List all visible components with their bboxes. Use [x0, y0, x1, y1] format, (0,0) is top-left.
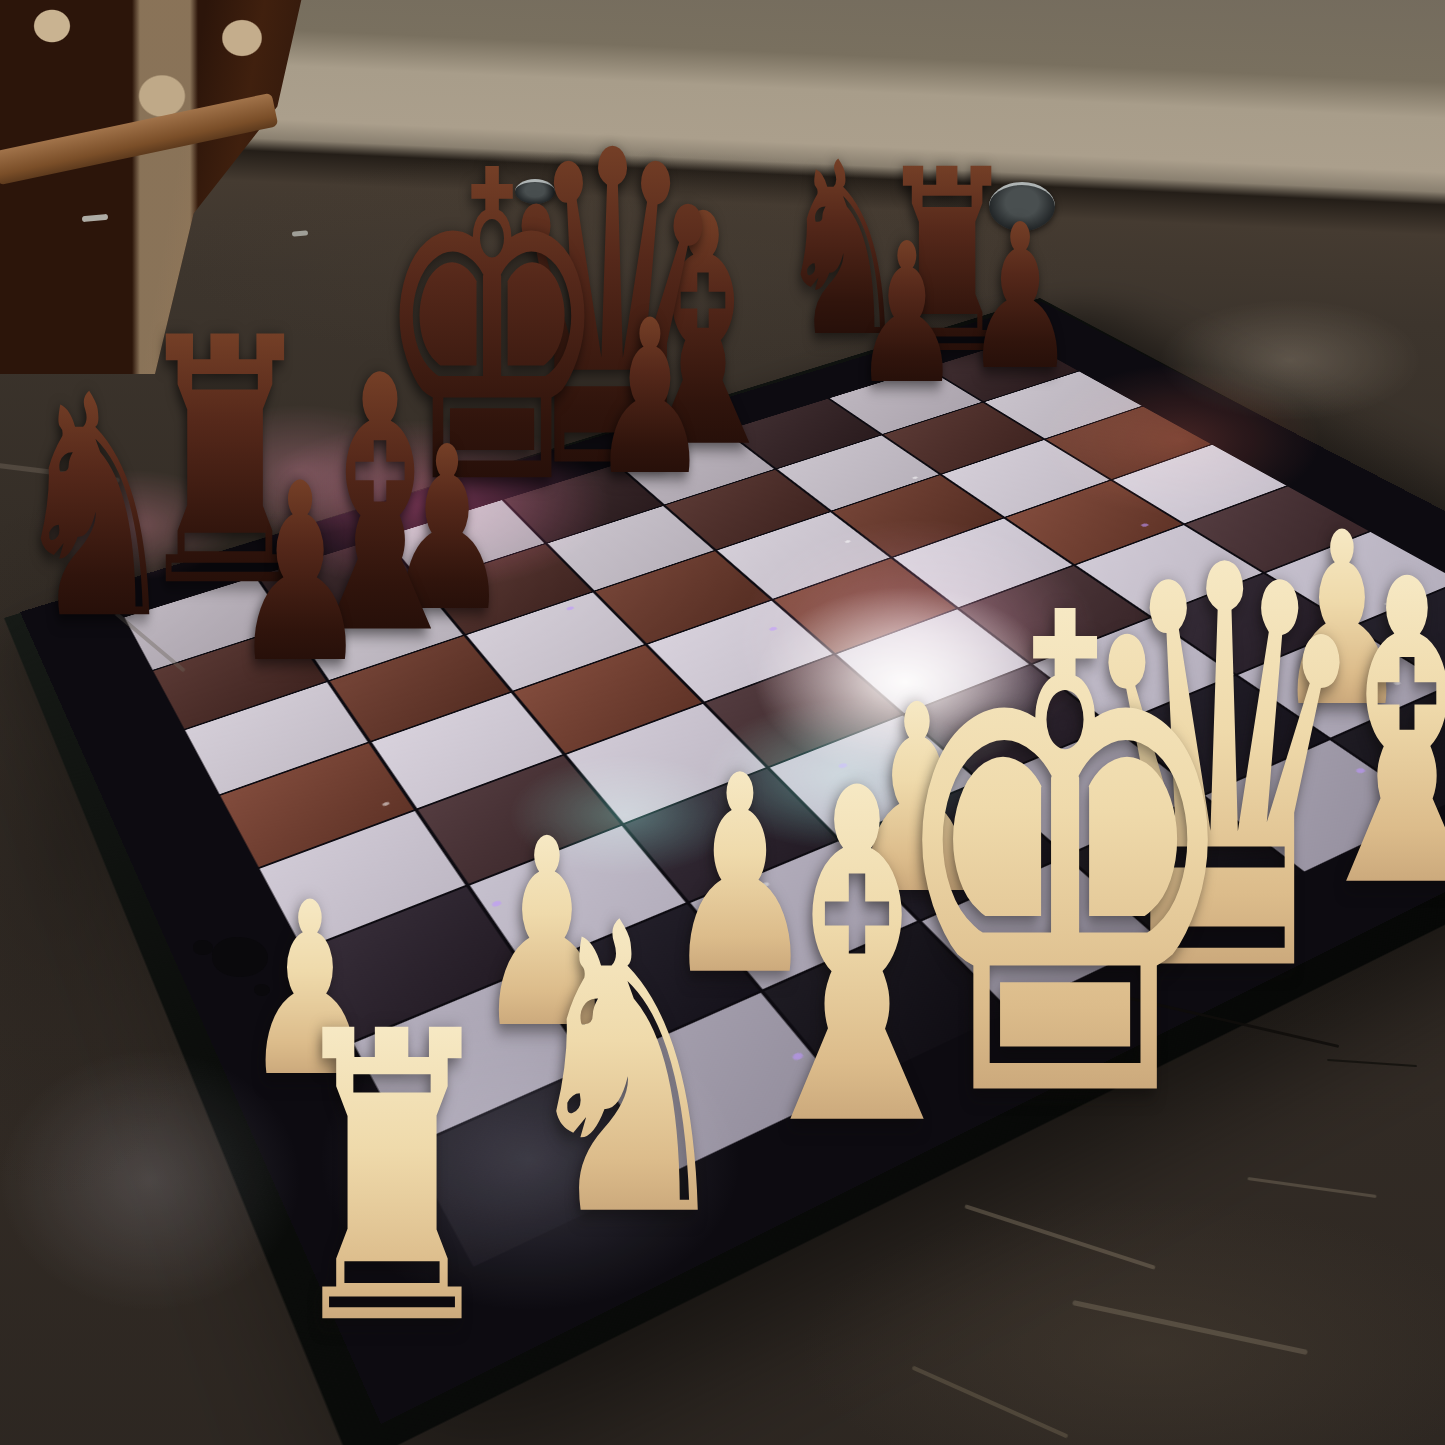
white-knight: ♞ — [516, 873, 738, 1272]
black-pawn: ♟ — [591, 292, 709, 505]
paint-chip — [193, 940, 213, 955]
black-pawn: ♟ — [853, 218, 960, 411]
white-bishop: ♝ — [729, 731, 984, 1190]
black-pawn: ♟ — [964, 198, 1075, 398]
black-pawn: ♟ — [232, 451, 369, 697]
photo-scene: ♞♜♟♟♝♛♚♟♜♟♞♝♟♟♝♟♛♟♟♚♟♝♞♜ — [0, 0, 1445, 1445]
black-knight: ♞ — [10, 355, 180, 661]
white-rook: ♜ — [281, 981, 503, 1380]
